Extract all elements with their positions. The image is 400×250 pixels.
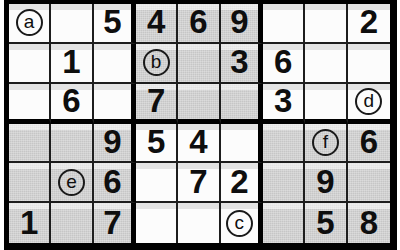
cell-r1c6[interactable]: 9 [221, 4, 263, 44]
circled-letter-c: c [226, 210, 253, 237]
cell-r4c4[interactable]: 5 [136, 124, 178, 164]
cell-r5c5[interactable]: 7 [178, 163, 220, 203]
cell-r2c2[interactable]: 1 [51, 44, 93, 84]
cell-r4c6[interactable] [221, 124, 263, 164]
cell-r2c5[interactable] [178, 44, 220, 84]
circled-letter-b: b [143, 49, 170, 76]
cell-r2c7[interactable]: 6 [263, 44, 305, 84]
given-digit: 7 [147, 84, 165, 119]
cell-r3c6[interactable] [221, 84, 263, 124]
cell-r4c9[interactable]: 6 [348, 124, 390, 164]
cell-r6c7[interactable] [263, 203, 305, 243]
given-digit: 5 [316, 206, 334, 241]
cell-r1c7[interactable] [263, 4, 305, 44]
given-digit: 6 [103, 165, 121, 200]
cell-r2c9[interactable] [348, 44, 390, 84]
cell-r1c5[interactable]: 6 [178, 4, 220, 44]
cell-r5c4[interactable] [136, 163, 178, 203]
cell-r6c3[interactable]: 7 [94, 203, 136, 243]
cell-r2c4[interactable]: b [136, 44, 178, 84]
cell-r1c9[interactable]: 2 [348, 4, 390, 44]
given-digit: 3 [274, 84, 292, 119]
given-digit: 1 [20, 206, 38, 241]
cell-r4c1[interactable] [9, 124, 51, 164]
cell-r5c9[interactable] [348, 163, 390, 203]
cell-r6c8[interactable]: 5 [305, 203, 347, 243]
cell-r4c3[interactable]: 9 [94, 124, 136, 164]
cell-r5c2[interactable]: e [51, 163, 93, 203]
given-digit: 9 [103, 125, 121, 160]
cell-r1c2[interactable] [51, 4, 93, 44]
given-digit: 6 [189, 5, 207, 40]
cell-r5c1[interactable] [9, 163, 51, 203]
given-digit: 4 [189, 125, 207, 160]
cell-r3c9[interactable]: d [348, 84, 390, 124]
cell-r3c3[interactable] [94, 84, 136, 124]
cell-r4c5[interactable]: 4 [178, 124, 220, 164]
given-digit: 2 [360, 5, 378, 40]
cell-r3c4[interactable]: 7 [136, 84, 178, 124]
given-digit: 7 [103, 206, 121, 241]
given-digit: 3 [230, 45, 248, 80]
cell-r1c4[interactable]: 4 [136, 4, 178, 44]
given-digit: 6 [274, 45, 292, 80]
cell-r5c3[interactable]: 6 [94, 163, 136, 203]
cell-r3c2[interactable]: 6 [51, 84, 93, 124]
given-digit: 9 [230, 5, 248, 40]
given-digit: 5 [147, 125, 165, 160]
cell-r2c3[interactable] [94, 44, 136, 84]
cell-r3c1[interactable] [9, 84, 51, 124]
cell-r4c2[interactable] [51, 124, 93, 164]
given-digit: 5 [103, 5, 121, 40]
cell-r6c9[interactable]: 8 [348, 203, 390, 243]
circled-letter-a: a [16, 9, 43, 36]
cell-r6c6[interactable]: c [221, 203, 263, 243]
given-digit: 4 [147, 5, 165, 40]
cell-r1c1[interactable]: a [9, 4, 51, 44]
cell-r4c7[interactable] [263, 124, 305, 164]
cell-r6c2[interactable] [51, 203, 93, 243]
given-digit: 7 [189, 165, 207, 200]
cell-r6c5[interactable] [178, 203, 220, 243]
cell-r1c8[interactable] [305, 4, 347, 44]
cell-r2c6[interactable]: 3 [221, 44, 263, 84]
cell-r4c8[interactable]: f [305, 124, 347, 164]
given-digit: 8 [360, 206, 378, 241]
cell-r3c5[interactable] [178, 84, 220, 124]
cell-r5c7[interactable] [263, 163, 305, 203]
cell-r6c4[interactable] [136, 203, 178, 243]
cell-r5c8[interactable]: 9 [305, 163, 347, 203]
circled-letter-d: d [355, 88, 382, 115]
given-digit: 2 [230, 165, 248, 200]
cell-r3c7[interactable]: 3 [263, 84, 305, 124]
cell-r5c6[interactable]: 2 [221, 163, 263, 203]
cell-r2c8[interactable] [305, 44, 347, 84]
given-digit: 1 [62, 45, 80, 80]
sudoku-board: a546921b36673d954f6e672917c58 [4, 0, 397, 250]
cell-r3c8[interactable] [305, 84, 347, 124]
given-digit: 6 [62, 84, 80, 119]
given-digit: 9 [316, 165, 334, 200]
cell-r6c1[interactable]: 1 [9, 203, 51, 243]
cell-r2c1[interactable] [9, 44, 51, 84]
cell-r1c3[interactable]: 5 [94, 4, 136, 44]
circled-letter-f: f [312, 129, 339, 156]
given-digit: 6 [360, 125, 378, 160]
circled-letter-e: e [58, 169, 85, 196]
